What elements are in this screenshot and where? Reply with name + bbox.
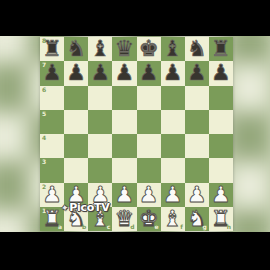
square-c7[interactable]: ♟: [88, 61, 112, 85]
white-pawn-piece: ♟: [163, 183, 183, 205]
rank-label-4: 4: [42, 135, 46, 141]
file-label-b: b: [82, 224, 86, 230]
white-pawn-piece: ♟: [211, 183, 231, 205]
watermark: ✦ PicoTV: [61, 201, 109, 214]
square-e1[interactable]: ♚e: [137, 207, 161, 231]
square-f6[interactable]: [161, 86, 185, 110]
sparkle-icon: ✦: [60, 202, 69, 213]
black-pawn-piece: ♟: [163, 62, 183, 84]
file-label-f: f: [180, 224, 183, 230]
rank-label-8: 8: [42, 38, 46, 44]
file-label-h: h: [227, 224, 231, 230]
square-b8[interactable]: ♞: [64, 37, 88, 61]
square-h2[interactable]: ♟: [209, 183, 233, 207]
square-e3[interactable]: [137, 158, 161, 182]
square-f8[interactable]: ♝: [161, 37, 185, 61]
square-f7[interactable]: ♟: [161, 61, 185, 85]
square-g3[interactable]: [185, 158, 209, 182]
square-g4[interactable]: [185, 134, 209, 158]
square-b4[interactable]: [64, 134, 88, 158]
black-rook-piece: ♜: [211, 38, 231, 60]
white-pawn-piece: ♟: [115, 183, 135, 205]
square-d2[interactable]: ♟: [112, 183, 136, 207]
rank-label-6: 6: [42, 87, 46, 93]
square-d7[interactable]: ♟: [112, 61, 136, 85]
square-e8[interactable]: ♚: [137, 37, 161, 61]
square-c6[interactable]: [88, 86, 112, 110]
square-a7[interactable]: ♟7: [40, 61, 64, 85]
black-bishop-piece: ♝: [90, 38, 110, 60]
black-pawn-piece: ♟: [90, 62, 110, 84]
square-f3[interactable]: [161, 158, 185, 182]
square-f2[interactable]: ♟: [161, 183, 185, 207]
black-pawn-piece: ♟: [139, 62, 159, 84]
square-e5[interactable]: [137, 110, 161, 134]
square-c4[interactable]: [88, 134, 112, 158]
black-knight-piece: ♞: [66, 38, 86, 60]
white-knight-piece: ♞: [187, 207, 207, 229]
square-d4[interactable]: [112, 134, 136, 158]
file-label-g: g: [203, 224, 207, 230]
rank-label-1: 1: [42, 208, 46, 214]
square-g1[interactable]: ♞g: [185, 207, 209, 231]
square-b6[interactable]: [64, 86, 88, 110]
square-h6[interactable]: [209, 86, 233, 110]
black-pawn-piece: ♟: [42, 62, 62, 84]
square-d3[interactable]: [112, 158, 136, 182]
file-label-d: d: [130, 224, 134, 230]
rank-label-5: 5: [42, 111, 46, 117]
square-d1[interactable]: ♛d: [112, 207, 136, 231]
square-e6[interactable]: [137, 86, 161, 110]
black-pawn-piece: ♟: [115, 62, 135, 84]
square-a6[interactable]: 6: [40, 86, 64, 110]
square-g7[interactable]: ♟: [185, 61, 209, 85]
square-f5[interactable]: [161, 110, 185, 134]
white-king-piece: ♚: [139, 207, 159, 229]
square-g8[interactable]: ♞: [185, 37, 209, 61]
square-b7[interactable]: ♟: [64, 61, 88, 85]
square-e7[interactable]: ♟: [137, 61, 161, 85]
square-b5[interactable]: [64, 110, 88, 134]
square-h5[interactable]: [209, 110, 233, 134]
square-b3[interactable]: [64, 158, 88, 182]
black-pawn-piece: ♟: [187, 62, 207, 84]
square-a8[interactable]: ♜8: [40, 37, 64, 61]
square-h4[interactable]: [209, 134, 233, 158]
square-c3[interactable]: [88, 158, 112, 182]
video-content-band: ♜8♞♝♛♚♝♞♜♟7♟♟♟♟♟♟♟6543♟2♟♟♟♟♟♟♟♜1a♞b♝c♛d…: [0, 36, 270, 232]
black-pawn-piece: ♟: [211, 62, 231, 84]
white-queen-piece: ♛: [115, 207, 135, 229]
white-pawn-piece: ♟: [42, 183, 62, 205]
square-d6[interactable]: [112, 86, 136, 110]
square-c5[interactable]: [88, 110, 112, 134]
square-h7[interactable]: ♟: [209, 61, 233, 85]
square-f1[interactable]: ♝f: [161, 207, 185, 231]
white-bishop-piece: ♝: [163, 207, 183, 229]
square-f4[interactable]: [161, 134, 185, 158]
black-pawn-piece: ♟: [66, 62, 86, 84]
square-d8[interactable]: ♛: [112, 37, 136, 61]
rank-label-2: 2: [42, 184, 46, 190]
square-h8[interactable]: ♜: [209, 37, 233, 61]
square-a4[interactable]: 4: [40, 134, 64, 158]
watermark-text: PicoTV: [69, 201, 109, 214]
square-g6[interactable]: [185, 86, 209, 110]
black-knight-piece: ♞: [187, 38, 207, 60]
square-a3[interactable]: 3: [40, 158, 64, 182]
square-e4[interactable]: [137, 134, 161, 158]
square-h3[interactable]: [209, 158, 233, 182]
square-e2[interactable]: ♟: [137, 183, 161, 207]
video-frame: ♜8♞♝♛♚♝♞♜♟7♟♟♟♟♟♟♟6543♟2♟♟♟♟♟♟♟♜1a♞b♝c♛d…: [0, 0, 270, 270]
black-king-piece: ♚: [139, 38, 159, 60]
black-bishop-piece: ♝: [163, 38, 183, 60]
square-c8[interactable]: ♝: [88, 37, 112, 61]
file-label-c: c: [107, 224, 111, 230]
square-h1[interactable]: ♜h: [209, 207, 233, 231]
square-g2[interactable]: ♟: [185, 183, 209, 207]
file-label-e: e: [155, 224, 159, 230]
square-a5[interactable]: 5: [40, 110, 64, 134]
square-g5[interactable]: [185, 110, 209, 134]
file-label-a: a: [58, 224, 62, 230]
square-d5[interactable]: [112, 110, 136, 134]
white-pawn-piece: ♟: [187, 183, 207, 205]
black-rook-piece: ♜: [42, 38, 62, 60]
rank-label-7: 7: [42, 62, 46, 68]
white-pawn-piece: ♟: [139, 183, 159, 205]
rank-label-3: 3: [42, 159, 46, 165]
white-rook-piece: ♜: [42, 207, 62, 229]
black-queen-piece: ♛: [115, 38, 135, 60]
white-rook-piece: ♜: [211, 207, 231, 229]
